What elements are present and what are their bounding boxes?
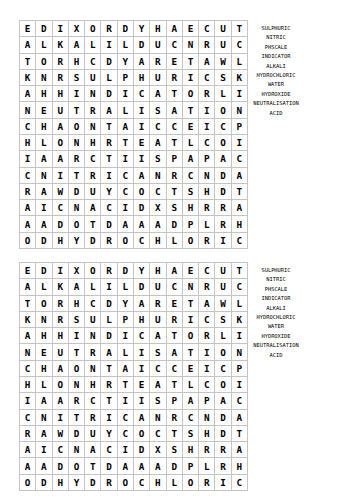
- grid-cell-r8c14[interactable]: I: [232, 135, 248, 151]
- grid-cell-r8c5[interactable]: H: [85, 135, 101, 151]
- grid-cell-r9c10[interactable]: P: [167, 151, 183, 167]
- grid-cell-r9c11[interactable]: A: [183, 393, 199, 409]
- grid-cell-r10c11[interactable]: C: [183, 410, 199, 426]
- grid-cell-r14c11[interactable]: O: [183, 233, 199, 249]
- grid-cell-r10c5[interactable]: R: [85, 168, 101, 184]
- grid-cell-r3c13[interactable]: W: [215, 54, 231, 70]
- grid-cell-r12c1[interactable]: A: [20, 200, 36, 216]
- grid-cell-r6c7[interactable]: L: [118, 344, 134, 360]
- grid-cell-r4c11[interactable]: I: [183, 312, 199, 328]
- grid-cell-r13c10[interactable]: D: [167, 458, 183, 474]
- grid-cell-r3c2[interactable]: O: [36, 296, 52, 312]
- grid-cell-r1c13[interactable]: U: [215, 263, 231, 279]
- grid-cell-r8c11[interactable]: L: [183, 377, 199, 393]
- grid-cell-r11c13[interactable]: D: [215, 426, 231, 442]
- grid-cell-r7c8[interactable]: I: [134, 119, 150, 135]
- grid-cell-r10c13[interactable]: D: [215, 168, 231, 184]
- grid-cell-r14c9[interactable]: H: [150, 475, 166, 491]
- grid-cell-r5c5[interactable]: N: [85, 328, 101, 344]
- grid-cell-r8c13[interactable]: O: [215, 377, 231, 393]
- grid-cell-r4c7[interactable]: P: [118, 312, 134, 328]
- grid-cell-r2c7[interactable]: L: [118, 279, 134, 295]
- grid-cell-r13c4[interactable]: O: [69, 216, 85, 232]
- grid-cell-r11c14[interactable]: T: [232, 184, 248, 200]
- grid-cell-r1c9[interactable]: H: [150, 263, 166, 279]
- grid-cell-r11c4[interactable]: D: [69, 184, 85, 200]
- grid-cell-r1c11[interactable]: E: [183, 263, 199, 279]
- grid-cell-r5c4[interactable]: I: [69, 86, 85, 102]
- grid-cell-r5c5[interactable]: N: [85, 86, 101, 102]
- grid-cell-r2c5[interactable]: L: [85, 279, 101, 295]
- grid-cell-r4c12[interactable]: C: [199, 312, 215, 328]
- grid-cell-r4c6[interactable]: L: [101, 70, 117, 86]
- grid-cell-r4c3[interactable]: R: [53, 70, 69, 86]
- grid-cell-r3c12[interactable]: A: [199, 296, 215, 312]
- grid-cell-r9c14[interactable]: C: [232, 151, 248, 167]
- grid-cell-r4c8[interactable]: H: [134, 70, 150, 86]
- grid-cell-r4c2[interactable]: N: [36, 312, 52, 328]
- grid-cell-r11c5[interactable]: U: [85, 426, 101, 442]
- grid-cell-r7c14[interactable]: P: [232, 361, 248, 377]
- grid-cell-r1c6[interactable]: R: [101, 263, 117, 279]
- grid-cell-r6c8[interactable]: I: [134, 102, 150, 118]
- grid-cell-r4c1[interactable]: K: [20, 70, 36, 86]
- grid-cell-r1c1[interactable]: E: [20, 263, 36, 279]
- grid-cell-r13c6[interactable]: D: [101, 216, 117, 232]
- grid-cell-r4c2[interactable]: N: [36, 70, 52, 86]
- grid-cell-r10c1[interactable]: C: [20, 168, 36, 184]
- grid-cell-r13c2[interactable]: A: [36, 458, 52, 474]
- grid-cell-r4c11[interactable]: I: [183, 70, 199, 86]
- grid-cell-r3c11[interactable]: T: [183, 54, 199, 70]
- grid-cell-r9c8[interactable]: I: [134, 151, 150, 167]
- grid-cell-r11c1[interactable]: R: [20, 184, 36, 200]
- grid-cell-r1c8[interactable]: Y: [134, 21, 150, 37]
- grid-cell-r7c11[interactable]: E: [183, 361, 199, 377]
- grid-cell-r11c12[interactable]: H: [199, 184, 215, 200]
- grid-cell-r11c8[interactable]: O: [134, 426, 150, 442]
- grid-cell-r2c9[interactable]: U: [150, 37, 166, 53]
- grid-cell-r2c11[interactable]: N: [183, 279, 199, 295]
- grid-cell-r12c5[interactable]: A: [85, 200, 101, 216]
- grid-cell-r2c12[interactable]: R: [199, 279, 215, 295]
- grid-cell-r14c8[interactable]: C: [134, 233, 150, 249]
- grid-cell-r11c13[interactable]: D: [215, 184, 231, 200]
- grid-cell-r7c3[interactable]: A: [53, 119, 69, 135]
- grid-cell-r12c7[interactable]: I: [118, 442, 134, 458]
- grid-cell-r12c3[interactable]: C: [53, 442, 69, 458]
- grid-cell-r5c7[interactable]: I: [118, 86, 134, 102]
- grid-cell-r7c9[interactable]: C: [150, 361, 166, 377]
- grid-cell-r9c6[interactable]: T: [101, 151, 117, 167]
- grid-cell-r4c5[interactable]: U: [85, 70, 101, 86]
- grid-cell-r7c3[interactable]: A: [53, 361, 69, 377]
- grid-cell-r13c13[interactable]: R: [215, 458, 231, 474]
- grid-cell-r2c2[interactable]: L: [36, 279, 52, 295]
- grid-cell-r6c1[interactable]: N: [20, 344, 36, 360]
- grid-cell-r13c8[interactable]: A: [134, 216, 150, 232]
- grid-cell-r2c2[interactable]: L: [36, 37, 52, 53]
- grid-cell-r4c8[interactable]: H: [134, 312, 150, 328]
- grid-cell-r4c13[interactable]: S: [215, 70, 231, 86]
- grid-cell-r13c8[interactable]: A: [134, 458, 150, 474]
- grid-cell-r3c12[interactable]: A: [199, 54, 215, 70]
- grid-cell-r9c14[interactable]: C: [232, 393, 248, 409]
- grid-cell-r6c2[interactable]: E: [36, 344, 52, 360]
- grid-cell-r8c1[interactable]: H: [20, 377, 36, 393]
- grid-cell-r12c12[interactable]: R: [199, 200, 215, 216]
- grid-cell-r8c4[interactable]: N: [69, 377, 85, 393]
- grid-cell-r4c9[interactable]: U: [150, 70, 166, 86]
- grid-cell-r7c10[interactable]: C: [167, 119, 183, 135]
- grid-cell-r11c6[interactable]: Y: [101, 184, 117, 200]
- grid-cell-r4c13[interactable]: S: [215, 312, 231, 328]
- grid-cell-r5c2[interactable]: H: [36, 328, 52, 344]
- grid-cell-r10c9[interactable]: N: [150, 168, 166, 184]
- grid-cell-r2c8[interactable]: D: [134, 37, 150, 53]
- grid-cell-r9c1[interactable]: I: [20, 393, 36, 409]
- grid-cell-r8c3[interactable]: O: [53, 377, 69, 393]
- grid-cell-r13c3[interactable]: D: [53, 216, 69, 232]
- grid-cell-r6c1[interactable]: N: [20, 102, 36, 118]
- grid-cell-r10c10[interactable]: R: [167, 410, 183, 426]
- grid-cell-r11c9[interactable]: C: [150, 184, 166, 200]
- grid-cell-r2c11[interactable]: N: [183, 37, 199, 53]
- grid-cell-r14c6[interactable]: R: [101, 233, 117, 249]
- grid-cell-r13c4[interactable]: O: [69, 458, 85, 474]
- grid-cell-r9c13[interactable]: A: [215, 151, 231, 167]
- grid-cell-r14c14[interactable]: C: [232, 475, 248, 491]
- grid-cell-r14c2[interactable]: D: [36, 475, 52, 491]
- grid-cell-r2c4[interactable]: A: [69, 37, 85, 53]
- grid-cell-r1c10[interactable]: A: [167, 263, 183, 279]
- grid-cell-r12c11[interactable]: H: [183, 200, 199, 216]
- grid-cell-r11c1[interactable]: R: [20, 426, 36, 442]
- grid-cell-r14c10[interactable]: L: [167, 475, 183, 491]
- grid-cell-r1c1[interactable]: E: [20, 21, 36, 37]
- grid-cell-r2c13[interactable]: U: [215, 279, 231, 295]
- grid-cell-r6c6[interactable]: A: [101, 344, 117, 360]
- grid-cell-r7c6[interactable]: T: [101, 119, 117, 135]
- grid-cell-r1c2[interactable]: D: [36, 21, 52, 37]
- grid-cell-r5c2[interactable]: H: [36, 86, 52, 102]
- grid-cell-r13c9[interactable]: A: [150, 458, 166, 474]
- grid-cell-r8c4[interactable]: N: [69, 135, 85, 151]
- grid-cell-r6c5[interactable]: R: [85, 344, 101, 360]
- grid-cell-r7c1[interactable]: C: [20, 119, 36, 135]
- grid-cell-r4c6[interactable]: L: [101, 312, 117, 328]
- grid-cell-r13c6[interactable]: D: [101, 458, 117, 474]
- grid-cell-r8c14[interactable]: I: [232, 377, 248, 393]
- grid-cell-r6c9[interactable]: S: [150, 344, 166, 360]
- grid-cell-r14c6[interactable]: R: [101, 475, 117, 491]
- grid-cell-r6c7[interactable]: L: [118, 102, 134, 118]
- grid-cell-r9c6[interactable]: T: [101, 393, 117, 409]
- grid-cell-r3c4[interactable]: H: [69, 296, 85, 312]
- grid-cell-r12c6[interactable]: C: [101, 200, 117, 216]
- grid-cell-r14c4[interactable]: Y: [69, 475, 85, 491]
- grid-cell-r10c2[interactable]: N: [36, 410, 52, 426]
- grid-cell-r6c8[interactable]: I: [134, 344, 150, 360]
- grid-cell-r11c6[interactable]: Y: [101, 426, 117, 442]
- grid-cell-r7c6[interactable]: T: [101, 361, 117, 377]
- grid-cell-r8c8[interactable]: E: [134, 377, 150, 393]
- grid-cell-r11c5[interactable]: U: [85, 184, 101, 200]
- grid-cell-r2c1[interactable]: A: [20, 279, 36, 295]
- grid-cell-r14c3[interactable]: H: [53, 233, 69, 249]
- grid-cell-r5c12[interactable]: R: [199, 328, 215, 344]
- grid-cell-r1c12[interactable]: C: [199, 263, 215, 279]
- grid-cell-r5c6[interactable]: D: [101, 86, 117, 102]
- grid-cell-r5c11[interactable]: O: [183, 86, 199, 102]
- grid-cell-r4c9[interactable]: U: [150, 312, 166, 328]
- grid-cell-r14c9[interactable]: H: [150, 233, 166, 249]
- grid-cell-r13c2[interactable]: A: [36, 216, 52, 232]
- grid-cell-r5c4[interactable]: I: [69, 328, 85, 344]
- grid-cell-r10c4[interactable]: T: [69, 410, 85, 426]
- grid-cell-r7c7[interactable]: A: [118, 119, 134, 135]
- grid-cell-r3c6[interactable]: D: [101, 54, 117, 70]
- grid-cell-r7c13[interactable]: C: [215, 361, 231, 377]
- grid-cell-r1c12[interactable]: C: [199, 21, 215, 37]
- grid-cell-r3c3[interactable]: R: [53, 54, 69, 70]
- grid-cell-r8c2[interactable]: L: [36, 135, 52, 151]
- grid-cell-r4c4[interactable]: S: [69, 70, 85, 86]
- grid-cell-r7c13[interactable]: C: [215, 119, 231, 135]
- grid-cell-r7c10[interactable]: C: [167, 361, 183, 377]
- grid-cell-r5c1[interactable]: A: [20, 328, 36, 344]
- grid-cell-r8c6[interactable]: R: [101, 135, 117, 151]
- grid-cell-r12c12[interactable]: R: [199, 442, 215, 458]
- grid-cell-r5c6[interactable]: D: [101, 328, 117, 344]
- grid-cell-r1c5[interactable]: O: [85, 263, 101, 279]
- grid-cell-r10c2[interactable]: N: [36, 168, 52, 184]
- grid-cell-r14c11[interactable]: O: [183, 475, 199, 491]
- grid-cell-r11c4[interactable]: D: [69, 426, 85, 442]
- grid-cell-r10c8[interactable]: A: [134, 168, 150, 184]
- grid-cell-r8c6[interactable]: R: [101, 377, 117, 393]
- grid-cell-r1c8[interactable]: Y: [134, 263, 150, 279]
- grid-cell-r9c7[interactable]: I: [118, 393, 134, 409]
- grid-cell-r12c13[interactable]: R: [215, 200, 231, 216]
- grid-cell-r1c2[interactable]: D: [36, 263, 52, 279]
- grid-cell-r9c3[interactable]: A: [53, 393, 69, 409]
- grid-cell-r6c11[interactable]: T: [183, 102, 199, 118]
- grid-cell-r11c12[interactable]: H: [199, 426, 215, 442]
- grid-cell-r11c11[interactable]: S: [183, 426, 199, 442]
- grid-cell-r8c1[interactable]: H: [20, 135, 36, 151]
- grid-cell-r2c4[interactable]: A: [69, 279, 85, 295]
- grid-cell-r7c2[interactable]: H: [36, 119, 52, 135]
- grid-cell-r9c5[interactable]: C: [85, 151, 101, 167]
- grid-cell-r12c6[interactable]: C: [101, 442, 117, 458]
- grid-cell-r13c7[interactable]: A: [118, 458, 134, 474]
- grid-cell-r4c7[interactable]: P: [118, 70, 134, 86]
- grid-cell-r11c10[interactable]: T: [167, 426, 183, 442]
- grid-cell-r11c2[interactable]: A: [36, 184, 52, 200]
- grid-cell-r12c7[interactable]: I: [118, 200, 134, 216]
- grid-cell-r12c4[interactable]: N: [69, 200, 85, 216]
- grid-cell-r7c8[interactable]: I: [134, 361, 150, 377]
- grid-cell-r12c10[interactable]: S: [167, 442, 183, 458]
- grid-cell-r10c7[interactable]: C: [118, 410, 134, 426]
- grid-cell-r13c1[interactable]: A: [20, 216, 36, 232]
- grid-cell-r12c8[interactable]: D: [134, 442, 150, 458]
- grid-cell-r11c3[interactable]: W: [53, 184, 69, 200]
- grid-cell-r13c11[interactable]: P: [183, 216, 199, 232]
- grid-cell-r6c3[interactable]: U: [53, 344, 69, 360]
- grid-cell-r3c8[interactable]: A: [134, 296, 150, 312]
- grid-cell-r3c9[interactable]: R: [150, 54, 166, 70]
- grid-cell-r8c2[interactable]: L: [36, 377, 52, 393]
- grid-cell-r4c1[interactable]: K: [20, 312, 36, 328]
- grid-cell-r2c10[interactable]: C: [167, 279, 183, 295]
- grid-cell-r2c5[interactable]: L: [85, 37, 101, 53]
- grid-cell-r10c11[interactable]: C: [183, 168, 199, 184]
- grid-cell-r3c10[interactable]: E: [167, 54, 183, 70]
- grid-cell-r3c5[interactable]: C: [85, 296, 101, 312]
- grid-cell-r10c8[interactable]: A: [134, 410, 150, 426]
- grid-cell-r6c12[interactable]: I: [199, 102, 215, 118]
- grid-cell-r10c6[interactable]: I: [101, 168, 117, 184]
- grid-cell-r13c11[interactable]: P: [183, 458, 199, 474]
- grid-cell-r7c5[interactable]: N: [85, 361, 101, 377]
- grid-cell-r11c9[interactable]: C: [150, 426, 166, 442]
- grid-cell-r14c12[interactable]: R: [199, 233, 215, 249]
- grid-cell-r7c11[interactable]: E: [183, 119, 199, 135]
- grid-cell-r7c5[interactable]: N: [85, 119, 101, 135]
- grid-cell-r9c11[interactable]: A: [183, 151, 199, 167]
- grid-cell-r8c13[interactable]: O: [215, 135, 231, 151]
- grid-cell-r1c3[interactable]: I: [53, 21, 69, 37]
- grid-cell-r5c8[interactable]: C: [134, 328, 150, 344]
- grid-cell-r3c8[interactable]: A: [134, 54, 150, 70]
- grid-cell-r9c12[interactable]: P: [199, 393, 215, 409]
- grid-cell-r6c4[interactable]: T: [69, 102, 85, 118]
- grid-cell-r11c10[interactable]: T: [167, 184, 183, 200]
- grid-cell-r4c4[interactable]: S: [69, 312, 85, 328]
- grid-cell-r8c10[interactable]: T: [167, 377, 183, 393]
- grid-cell-r12c2[interactable]: I: [36, 442, 52, 458]
- grid-cell-r12c5[interactable]: A: [85, 442, 101, 458]
- grid-cell-r3c4[interactable]: H: [69, 54, 85, 70]
- grid-cell-r11c14[interactable]: T: [232, 426, 248, 442]
- grid-cell-r5c11[interactable]: O: [183, 328, 199, 344]
- grid-cell-r11c7[interactable]: C: [118, 184, 134, 200]
- grid-cell-r2c6[interactable]: I: [101, 37, 117, 53]
- grid-cell-r4c10[interactable]: R: [167, 70, 183, 86]
- grid-cell-r1c6[interactable]: R: [101, 21, 117, 37]
- grid-cell-r5c10[interactable]: T: [167, 328, 183, 344]
- grid-cell-r14c3[interactable]: H: [53, 475, 69, 491]
- grid-cell-r10c5[interactable]: R: [85, 410, 101, 426]
- grid-cell-r11c11[interactable]: S: [183, 184, 199, 200]
- grid-cell-r10c12[interactable]: N: [199, 410, 215, 426]
- grid-cell-r7c12[interactable]: I: [199, 119, 215, 135]
- grid-cell-r12c2[interactable]: I: [36, 200, 52, 216]
- grid-cell-r6c10[interactable]: A: [167, 344, 183, 360]
- grid-cell-r5c13[interactable]: L: [215, 86, 231, 102]
- grid-cell-r3c1[interactable]: T: [20, 296, 36, 312]
- grid-cell-r6c3[interactable]: U: [53, 102, 69, 118]
- grid-cell-r14c2[interactable]: D: [36, 233, 52, 249]
- grid-cell-r8c8[interactable]: E: [134, 135, 150, 151]
- grid-cell-r13c10[interactable]: D: [167, 216, 183, 232]
- grid-cell-r13c14[interactable]: H: [232, 458, 248, 474]
- grid-cell-r11c2[interactable]: A: [36, 426, 52, 442]
- grid-cell-r7c1[interactable]: C: [20, 361, 36, 377]
- grid-cell-r7c4[interactable]: O: [69, 119, 85, 135]
- grid-cell-r1c11[interactable]: E: [183, 21, 199, 37]
- grid-cell-r8c9[interactable]: A: [150, 377, 166, 393]
- grid-cell-r7c14[interactable]: P: [232, 119, 248, 135]
- grid-cell-r4c12[interactable]: C: [199, 70, 215, 86]
- grid-cell-r13c3[interactable]: D: [53, 458, 69, 474]
- grid-cell-r14c7[interactable]: O: [118, 233, 134, 249]
- grid-cell-r3c1[interactable]: T: [20, 54, 36, 70]
- grid-cell-r6c5[interactable]: R: [85, 102, 101, 118]
- grid-cell-r10c4[interactable]: T: [69, 168, 85, 184]
- grid-cell-r9c4[interactable]: R: [69, 151, 85, 167]
- grid-cell-r10c14[interactable]: A: [232, 168, 248, 184]
- grid-cell-r14c4[interactable]: Y: [69, 233, 85, 249]
- grid-cell-r9c12[interactable]: P: [199, 151, 215, 167]
- grid-cell-r5c9[interactable]: A: [150, 86, 166, 102]
- grid-cell-r9c4[interactable]: R: [69, 393, 85, 409]
- grid-cell-r1c4[interactable]: X: [69, 21, 85, 37]
- grid-cell-r11c7[interactable]: C: [118, 426, 134, 442]
- grid-cell-r4c10[interactable]: R: [167, 312, 183, 328]
- grid-cell-r13c12[interactable]: L: [199, 458, 215, 474]
- grid-cell-r3c10[interactable]: E: [167, 296, 183, 312]
- grid-cell-r9c13[interactable]: A: [215, 393, 231, 409]
- grid-cell-r9c2[interactable]: A: [36, 393, 52, 409]
- grid-cell-r2c8[interactable]: D: [134, 279, 150, 295]
- grid-cell-r10c10[interactable]: R: [167, 168, 183, 184]
- grid-cell-r5c13[interactable]: L: [215, 328, 231, 344]
- grid-cell-r2c9[interactable]: U: [150, 279, 166, 295]
- grid-cell-r8c3[interactable]: O: [53, 135, 69, 151]
- grid-cell-r3c7[interactable]: Y: [118, 296, 134, 312]
- grid-cell-r5c3[interactable]: H: [53, 328, 69, 344]
- grid-cell-r14c5[interactable]: D: [85, 233, 101, 249]
- grid-cell-r12c4[interactable]: N: [69, 442, 85, 458]
- grid-cell-r14c13[interactable]: I: [215, 475, 231, 491]
- grid-cell-r1c7[interactable]: D: [118, 21, 134, 37]
- grid-cell-r8c7[interactable]: T: [118, 135, 134, 151]
- grid-cell-r13c13[interactable]: R: [215, 216, 231, 232]
- grid-cell-r12c3[interactable]: C: [53, 200, 69, 216]
- grid-cell-r7c4[interactable]: O: [69, 361, 85, 377]
- grid-cell-r6c11[interactable]: T: [183, 344, 199, 360]
- grid-cell-r10c6[interactable]: I: [101, 410, 117, 426]
- grid-cell-r6c12[interactable]: I: [199, 344, 215, 360]
- grid-cell-r10c3[interactable]: I: [53, 168, 69, 184]
- grid-cell-r7c7[interactable]: A: [118, 361, 134, 377]
- grid-cell-r14c7[interactable]: O: [118, 475, 134, 491]
- grid-cell-r2c1[interactable]: A: [20, 37, 36, 53]
- grid-cell-r5c1[interactable]: A: [20, 86, 36, 102]
- grid-cell-r8c7[interactable]: T: [118, 377, 134, 393]
- grid-cell-r9c9[interactable]: S: [150, 393, 166, 409]
- grid-cell-r6c4[interactable]: T: [69, 344, 85, 360]
- grid-cell-r5c8[interactable]: C: [134, 86, 150, 102]
- grid-cell-r13c12[interactable]: L: [199, 216, 215, 232]
- grid-cell-r9c3[interactable]: A: [53, 151, 69, 167]
- grid-cell-r14c13[interactable]: I: [215, 233, 231, 249]
- grid-cell-r3c11[interactable]: T: [183, 296, 199, 312]
- grid-cell-r1c9[interactable]: H: [150, 21, 166, 37]
